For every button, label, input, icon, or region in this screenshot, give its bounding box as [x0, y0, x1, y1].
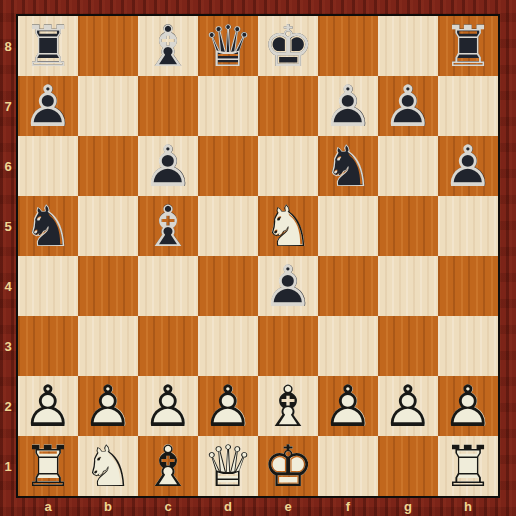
white-knight-outline-icon: ♘ [258, 196, 318, 256]
piece-white-rook-h1[interactable]: ♜♖ [438, 436, 498, 496]
rank-label-1: 1 [0, 436, 16, 496]
square-a1[interactable]: ♜♖ [18, 436, 78, 496]
square-d6[interactable] [198, 136, 258, 196]
piece-black-pawn-h6[interactable]: ♟♙ [438, 136, 498, 196]
file-labels: abcdefgh [18, 496, 498, 516]
square-a6[interactable] [18, 136, 78, 196]
square-d7[interactable] [198, 76, 258, 136]
square-g1[interactable] [378, 436, 438, 496]
piece-black-pawn-e4[interactable]: ♟♙ [258, 256, 318, 316]
square-d1[interactable]: ♛♕ [198, 436, 258, 496]
file-label-c: c [138, 496, 198, 516]
square-e2[interactable]: ♝♗ [258, 376, 318, 436]
square-e1[interactable]: ♚♔ [258, 436, 318, 496]
square-e5[interactable]: ♞♘ [258, 196, 318, 256]
square-a5[interactable]: ♞♘ [18, 196, 78, 256]
square-a3[interactable] [18, 316, 78, 376]
black-bishop-outline-icon: ♗ [138, 16, 198, 76]
white-pawn-outline-icon: ♙ [78, 376, 138, 436]
white-pawn-outline-icon: ♙ [318, 376, 378, 436]
square-d3[interactable] [198, 316, 258, 376]
square-c4[interactable] [138, 256, 198, 316]
piece-black-knight-f6[interactable]: ♞♘ [318, 136, 378, 196]
square-h5[interactable] [438, 196, 498, 256]
square-c7[interactable] [138, 76, 198, 136]
white-pawn-outline-icon: ♙ [198, 376, 258, 436]
square-b4[interactable] [78, 256, 138, 316]
square-h4[interactable] [438, 256, 498, 316]
piece-black-queen-d8[interactable]: ♛♕ [198, 16, 258, 76]
white-bishop-outline-icon: ♗ [138, 436, 198, 496]
piece-black-knight-a5[interactable]: ♞♘ [18, 196, 78, 256]
black-rook-outline-icon: ♖ [18, 16, 78, 76]
piece-black-bishop-c5[interactable]: ♝♗ [138, 196, 198, 256]
file-label-f: f [318, 496, 378, 516]
piece-black-pawn-c6[interactable]: ♟♙ [138, 136, 198, 196]
piece-white-queen-d1[interactable]: ♛♕ [198, 436, 258, 496]
file-label-h: h [438, 496, 498, 516]
black-pawn-outline-icon: ♙ [318, 76, 378, 136]
piece-white-pawn-b2[interactable]: ♟♙ [78, 376, 138, 436]
white-king-outline-icon: ♔ [258, 436, 318, 496]
square-g8[interactable] [378, 16, 438, 76]
square-b3[interactable] [78, 316, 138, 376]
rank-labels: 87654321 [0, 16, 16, 496]
square-h7[interactable] [438, 76, 498, 136]
piece-white-pawn-d2[interactable]: ♟♙ [198, 376, 258, 436]
square-c3[interactable] [138, 316, 198, 376]
piece-white-bishop-e2[interactable]: ♝♗ [258, 376, 318, 436]
piece-white-pawn-a2[interactable]: ♟♙ [18, 376, 78, 436]
square-b1[interactable]: ♞♘ [78, 436, 138, 496]
square-f6[interactable]: ♞♘ [318, 136, 378, 196]
square-d4[interactable] [198, 256, 258, 316]
black-queen-outline-icon: ♕ [198, 16, 258, 76]
white-pawn-outline-icon: ♙ [378, 376, 438, 436]
black-pawn-outline-icon: ♙ [438, 136, 498, 196]
square-h1[interactable]: ♜♖ [438, 436, 498, 496]
white-pawn-outline-icon: ♙ [138, 376, 198, 436]
black-bishop-outline-icon: ♗ [138, 196, 198, 256]
black-rook-outline-icon: ♖ [438, 16, 498, 76]
square-h2[interactable]: ♟♙ [438, 376, 498, 436]
black-pawn-outline-icon: ♙ [138, 136, 198, 196]
black-king-outline-icon: ♔ [258, 16, 318, 76]
piece-black-rook-h8[interactable]: ♜♖ [438, 16, 498, 76]
piece-white-bishop-c1[interactable]: ♝♗ [138, 436, 198, 496]
square-c1[interactable]: ♝♗ [138, 436, 198, 496]
square-d5[interactable] [198, 196, 258, 256]
piece-black-pawn-f7[interactable]: ♟♙ [318, 76, 378, 136]
chessboard-window: 87654321 abcdefgh ♜♖♝♗♛♕♚♔♜♖♟♙♟♙♟♙♟♙♞♘♟♙… [0, 0, 516, 516]
rank-label-8: 8 [0, 16, 16, 76]
piece-white-knight-e5[interactable]: ♞♘ [258, 196, 318, 256]
black-pawn-outline-icon: ♙ [258, 256, 318, 316]
board: ♜♖♝♗♛♕♚♔♜♖♟♙♟♙♟♙♟♙♞♘♟♙♞♘♝♗♞♘♟♙♟♙♟♙♟♙♟♙♝♗… [16, 14, 500, 498]
square-d2[interactable]: ♟♙ [198, 376, 258, 436]
square-g6[interactable] [378, 136, 438, 196]
piece-white-pawn-c2[interactable]: ♟♙ [138, 376, 198, 436]
piece-white-rook-a1[interactable]: ♜♖ [18, 436, 78, 496]
rank-label-4: 4 [0, 256, 16, 316]
square-g5[interactable] [378, 196, 438, 256]
white-pawn-outline-icon: ♙ [18, 376, 78, 436]
piece-black-rook-a8[interactable]: ♜♖ [18, 16, 78, 76]
black-knight-outline-icon: ♘ [18, 196, 78, 256]
square-a2[interactable]: ♟♙ [18, 376, 78, 436]
square-h3[interactable] [438, 316, 498, 376]
square-f1[interactable] [318, 436, 378, 496]
piece-black-pawn-g7[interactable]: ♟♙ [378, 76, 438, 136]
white-rook-outline-icon: ♖ [438, 436, 498, 496]
file-label-b: b [78, 496, 138, 516]
piece-black-king-e8[interactable]: ♚♔ [258, 16, 318, 76]
square-a8[interactable]: ♜♖ [18, 16, 78, 76]
black-knight-outline-icon: ♘ [318, 136, 378, 196]
square-f8[interactable] [318, 16, 378, 76]
square-f5[interactable] [318, 196, 378, 256]
square-f7[interactable]: ♟♙ [318, 76, 378, 136]
black-pawn-outline-icon: ♙ [378, 76, 438, 136]
square-g2[interactable]: ♟♙ [378, 376, 438, 436]
rank-label-5: 5 [0, 196, 16, 256]
file-label-g: g [378, 496, 438, 516]
square-e3[interactable] [258, 316, 318, 376]
piece-black-bishop-c8[interactable]: ♝♗ [138, 16, 198, 76]
square-h6[interactable]: ♟♙ [438, 136, 498, 196]
white-pawn-outline-icon: ♙ [438, 376, 498, 436]
white-queen-outline-icon: ♕ [198, 436, 258, 496]
rank-label-6: 6 [0, 136, 16, 196]
square-a4[interactable] [18, 256, 78, 316]
square-b2[interactable]: ♟♙ [78, 376, 138, 436]
square-h8[interactable]: ♜♖ [438, 16, 498, 76]
square-c6[interactable]: ♟♙ [138, 136, 198, 196]
square-a7[interactable]: ♟♙ [18, 76, 78, 136]
piece-white-knight-b1[interactable]: ♞♘ [78, 436, 138, 496]
file-label-a: a [18, 496, 78, 516]
piece-black-pawn-a7[interactable]: ♟♙ [18, 76, 78, 136]
piece-white-pawn-g2[interactable]: ♟♙ [378, 376, 438, 436]
square-f2[interactable]: ♟♙ [318, 376, 378, 436]
piece-white-king-e1[interactable]: ♚♔ [258, 436, 318, 496]
square-c5[interactable]: ♝♗ [138, 196, 198, 256]
rank-label-3: 3 [0, 316, 16, 376]
piece-white-pawn-h2[interactable]: ♟♙ [438, 376, 498, 436]
square-b7[interactable] [78, 76, 138, 136]
piece-white-pawn-f2[interactable]: ♟♙ [318, 376, 378, 436]
file-label-d: d [198, 496, 258, 516]
rank-label-7: 7 [0, 76, 16, 136]
square-c8[interactable]: ♝♗ [138, 16, 198, 76]
white-knight-outline-icon: ♘ [78, 436, 138, 496]
square-e8[interactable]: ♚♔ [258, 16, 318, 76]
white-bishop-outline-icon: ♗ [258, 376, 318, 436]
square-g7[interactable]: ♟♙ [378, 76, 438, 136]
square-e4[interactable]: ♟♙ [258, 256, 318, 316]
white-rook-outline-icon: ♖ [18, 436, 78, 496]
square-g4[interactable] [378, 256, 438, 316]
square-d8[interactable]: ♛♕ [198, 16, 258, 76]
square-e7[interactable] [258, 76, 318, 136]
square-f4[interactable] [318, 256, 378, 316]
square-b8[interactable] [78, 16, 138, 76]
square-b5[interactable] [78, 196, 138, 256]
black-pawn-outline-icon: ♙ [18, 76, 78, 136]
file-label-e: e [258, 496, 318, 516]
square-g3[interactable] [378, 316, 438, 376]
square-e6[interactable] [258, 136, 318, 196]
square-f3[interactable] [318, 316, 378, 376]
square-b6[interactable] [78, 136, 138, 196]
square-c2[interactable]: ♟♙ [138, 376, 198, 436]
rank-label-2: 2 [0, 376, 16, 436]
